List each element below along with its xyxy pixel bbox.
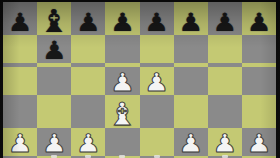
white-pawn: ♟ (110, 70, 135, 95)
square-c2[interactable]: ♟ (71, 128, 105, 156)
square-a3[interactable] (3, 95, 37, 128)
black-pawn: ♟ (76, 10, 101, 35)
square-h3[interactable] (242, 95, 276, 128)
square-h7[interactable]: ♟ (242, 2, 276, 35)
square-e7[interactable]: ♟ (140, 2, 174, 35)
square-e6[interactable] (140, 35, 174, 63)
square-a2[interactable]: ♟ (3, 128, 37, 156)
square-e3[interactable] (140, 95, 174, 128)
square-g2[interactable]: ♟ (208, 128, 242, 156)
square-c3[interactable] (71, 95, 105, 128)
white-piece-top-hint (154, 155, 160, 158)
square-d1-sliver (105, 156, 139, 158)
black-pawn: ♟ (8, 10, 33, 35)
white-pawn: ♟ (144, 70, 169, 95)
square-f6[interactable] (174, 35, 208, 63)
board-right-edge (276, 0, 280, 158)
square-g6[interactable] (208, 35, 242, 63)
board-top-edge (0, 0, 280, 2)
white-pawn: ♟ (246, 131, 271, 156)
white-pawn: ♟ (178, 131, 203, 156)
square-c7[interactable]: ♟ (71, 2, 105, 35)
black-pawn: ♟ (42, 38, 67, 63)
square-e1-sliver (140, 156, 174, 158)
square-f4[interactable] (174, 67, 208, 95)
square-d7[interactable]: ♟ (105, 2, 139, 35)
square-b6[interactable]: ♟ (37, 35, 71, 63)
white-pawn: ♟ (76, 131, 101, 156)
square-d6[interactable] (105, 35, 139, 63)
black-pawn: ♟ (178, 10, 203, 35)
black-pawn: ♟ (110, 10, 135, 35)
white-piece-top-hint (119, 155, 125, 158)
square-e4[interactable]: ♟ (140, 67, 174, 95)
chess-video-frame: ♟♝♟♟♟♟♟♟♟♟♟♝♟♟♟♟♟♟ (0, 0, 280, 158)
square-a7[interactable]: ♟ (3, 2, 37, 35)
square-h6[interactable] (242, 35, 276, 63)
square-b2[interactable]: ♟ (37, 128, 71, 156)
square-g7[interactable]: ♟ (208, 2, 242, 35)
square-h4[interactable] (242, 67, 276, 95)
square-c6[interactable] (71, 35, 105, 63)
black-pawn: ♟ (144, 10, 169, 35)
square-d2[interactable] (105, 128, 139, 156)
black-pawn: ♟ (246, 10, 271, 35)
square-b3[interactable] (37, 95, 71, 128)
square-d4[interactable]: ♟ (105, 67, 139, 95)
square-c4[interactable] (71, 67, 105, 95)
square-f2[interactable]: ♟ (174, 128, 208, 156)
square-b7[interactable]: ♝ (37, 2, 71, 35)
white-pawn: ♟ (8, 131, 33, 156)
white-bishop: ♝ (107, 99, 138, 131)
square-f7[interactable]: ♟ (174, 2, 208, 35)
square-b4[interactable] (37, 67, 71, 95)
square-g3[interactable] (208, 95, 242, 128)
square-d3[interactable]: ♝ (105, 95, 139, 128)
square-h2[interactable]: ♟ (242, 128, 276, 156)
square-a4[interactable] (3, 67, 37, 95)
square-g4[interactable] (208, 67, 242, 95)
chessboard: ♟♝♟♟♟♟♟♟♟♟♟♝♟♟♟♟♟♟ (3, 2, 276, 156)
black-pawn: ♟ (212, 10, 237, 35)
white-pawn: ♟ (42, 131, 67, 156)
white-pawn: ♟ (212, 131, 237, 156)
board-left-edge (0, 0, 3, 158)
black-bishop: ♝ (38, 6, 69, 38)
square-f3[interactable] (174, 95, 208, 128)
square-a6[interactable] (3, 35, 37, 63)
square-e2[interactable] (140, 128, 174, 156)
